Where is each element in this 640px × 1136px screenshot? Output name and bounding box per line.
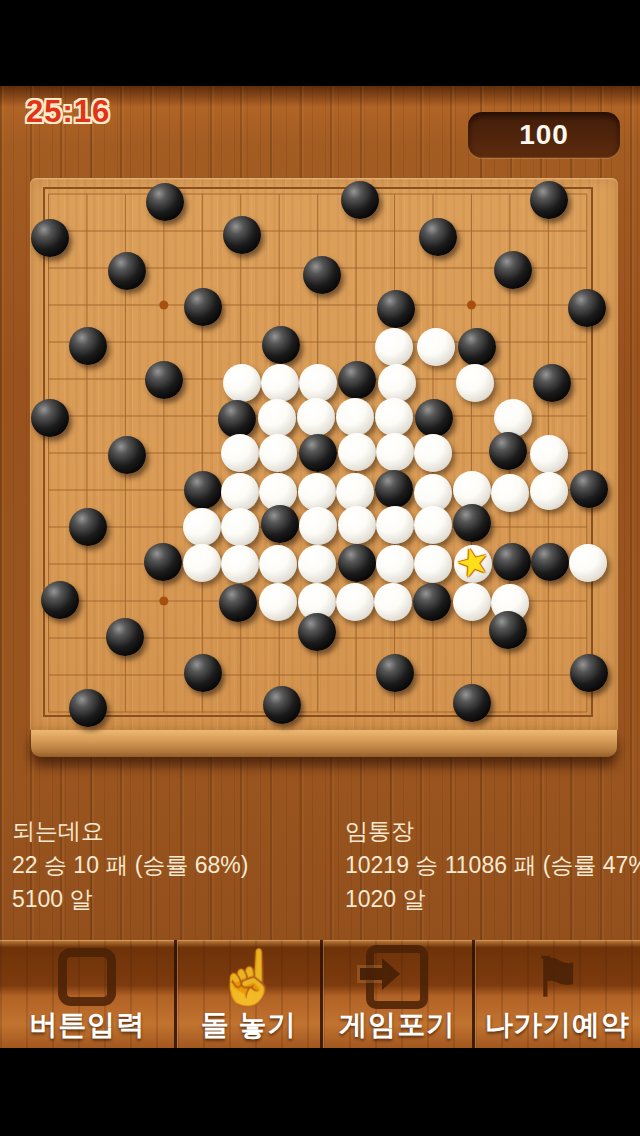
stone-black[interactable] xyxy=(218,400,256,438)
stone-black[interactable] xyxy=(568,289,606,327)
stone-white[interactable] xyxy=(183,544,221,582)
stone-black[interactable] xyxy=(338,361,376,399)
stone-black[interactable] xyxy=(106,618,144,656)
stone-white[interactable] xyxy=(183,508,221,546)
stone-white[interactable] xyxy=(453,583,491,621)
bottom-button-bar: 버튼입력 ☝ 돌 놓기 게임포기 ⚑ 나가기예약 xyxy=(0,940,640,1048)
stone-black[interactable] xyxy=(570,470,608,508)
stone-black[interactable] xyxy=(341,181,379,219)
hand-point-icon: ☝ xyxy=(177,948,320,1006)
stone-black[interactable] xyxy=(184,654,222,692)
stone-white[interactable] xyxy=(414,434,452,472)
stone-black[interactable] xyxy=(458,328,496,366)
stone-black[interactable] xyxy=(489,611,527,649)
stone-black[interactable] xyxy=(31,399,69,437)
stone-black[interactable] xyxy=(108,252,146,290)
stone-white[interactable] xyxy=(491,474,529,512)
stone-white[interactable] xyxy=(376,506,414,544)
stone-black[interactable] xyxy=(453,684,491,722)
exit-door-icon xyxy=(323,948,472,1006)
stone-black[interactable] xyxy=(494,251,532,289)
button-input-button[interactable]: 버튼입력 xyxy=(0,940,174,1048)
stone-white[interactable] xyxy=(299,364,337,402)
stone-white[interactable] xyxy=(376,545,414,583)
reserve-exit-button[interactable]: ⚑ 나가기예약 xyxy=(472,940,640,1048)
stone-white[interactable] xyxy=(530,435,568,473)
stone-black[interactable] xyxy=(303,256,341,294)
stone-black[interactable] xyxy=(69,689,107,727)
button-press-icon xyxy=(0,948,174,1006)
stone-black[interactable] xyxy=(530,181,568,219)
stone-black[interactable] xyxy=(219,584,257,622)
stone-white[interactable] xyxy=(259,545,297,583)
stone-black[interactable] xyxy=(146,183,184,221)
stone-black[interactable] xyxy=(184,288,222,326)
stone-white[interactable] xyxy=(375,398,413,436)
stone-white[interactable] xyxy=(221,434,259,472)
player-name: 되는데요 xyxy=(12,814,248,848)
stone-white[interactable] xyxy=(417,328,455,366)
stone-white[interactable] xyxy=(259,434,297,472)
bottom-letterbox-bar xyxy=(0,1048,640,1136)
stone-white[interactable]: ★ xyxy=(454,545,492,583)
button-label: 버튼입력 xyxy=(0,1006,174,1044)
stone-black[interactable] xyxy=(376,654,414,692)
app-screen: 25:16 100 ★ 되는데요 22 승 10 패 (승률 68%) 5100… xyxy=(0,0,640,1136)
player-stone-count: 1020 알 xyxy=(345,882,640,916)
stone-white[interactable] xyxy=(569,544,607,582)
stone-black[interactable] xyxy=(453,504,491,542)
stone-black[interactable] xyxy=(223,216,261,254)
player-record: 10219 승 11086 패 (승률 47%) xyxy=(345,848,640,882)
stone-black[interactable] xyxy=(108,436,146,474)
stone-black[interactable] xyxy=(299,434,337,472)
game-timer: 25:16 xyxy=(26,94,110,130)
stone-black[interactable] xyxy=(261,505,299,543)
stone-white[interactable] xyxy=(259,583,297,621)
stone-black[interactable] xyxy=(298,613,336,651)
stone-black[interactable] xyxy=(69,327,107,365)
stone-black[interactable] xyxy=(413,583,451,621)
player-panel-left: 되는데요 22 승 10 패 (승률 68%) 5100 알 xyxy=(12,814,248,916)
forfeit-game-button[interactable]: 게임포기 xyxy=(320,940,472,1048)
stone-black[interactable] xyxy=(419,218,457,256)
stone-white[interactable] xyxy=(494,399,532,437)
stone-white[interactable] xyxy=(221,545,259,583)
stone-white[interactable] xyxy=(298,545,336,583)
stone-black[interactable] xyxy=(262,326,300,364)
stone-white[interactable] xyxy=(414,506,452,544)
board-front-edge xyxy=(31,730,617,757)
player-stone-count: 5100 알 xyxy=(12,882,248,916)
stone-black[interactable] xyxy=(375,470,413,508)
stone-black[interactable] xyxy=(489,432,527,470)
stone-white[interactable] xyxy=(375,328,413,366)
stone-white[interactable] xyxy=(299,507,337,545)
player-panel-right: 임통장 10219 승 11086 패 (승률 47%) 1020 알 xyxy=(345,814,640,916)
button-label: 나가기예약 xyxy=(475,1006,640,1044)
stone-white[interactable] xyxy=(221,473,259,511)
stone-white[interactable] xyxy=(338,433,376,471)
stone-white[interactable] xyxy=(338,506,376,544)
stone-black[interactable] xyxy=(570,654,608,692)
stone-black[interactable] xyxy=(338,544,376,582)
stone-black[interactable] xyxy=(377,290,415,328)
stone-white[interactable] xyxy=(374,583,412,621)
stone-black[interactable] xyxy=(41,581,79,619)
stone-white[interactable] xyxy=(414,545,452,583)
stone-black[interactable] xyxy=(531,543,569,581)
stone-black[interactable] xyxy=(493,543,531,581)
stone-black[interactable] xyxy=(263,686,301,724)
stone-white[interactable] xyxy=(258,399,296,437)
player-name: 임통장 xyxy=(345,814,640,848)
stone-white[interactable] xyxy=(297,398,335,436)
stone-counter-value: 100 xyxy=(519,119,569,151)
stone-white[interactable] xyxy=(336,398,374,436)
player-record: 22 승 10 패 (승률 68%) xyxy=(12,848,248,882)
stone-white[interactable] xyxy=(223,364,261,402)
stone-white[interactable] xyxy=(261,364,299,402)
stone-black[interactable] xyxy=(144,543,182,581)
stone-white[interactable] xyxy=(376,433,414,471)
stone-counter-badge: 100 xyxy=(468,112,620,158)
stone-black[interactable] xyxy=(145,361,183,399)
stone-white[interactable] xyxy=(530,472,568,510)
stone-white[interactable] xyxy=(378,364,416,402)
button-label: 돌 놓기 xyxy=(177,1006,320,1044)
stone-black[interactable] xyxy=(533,364,571,402)
place-stone-button[interactable]: ☝ 돌 놓기 xyxy=(174,940,320,1048)
top-letterbox-bar xyxy=(0,0,640,86)
stone-white[interactable] xyxy=(456,364,494,402)
stone-black[interactable] xyxy=(184,471,222,509)
stone-white[interactable] xyxy=(298,473,336,511)
flag-icon: ⚑ xyxy=(475,948,640,1006)
stone-white[interactable] xyxy=(336,583,374,621)
button-label: 게임포기 xyxy=(323,1006,472,1044)
stone-black[interactable] xyxy=(69,508,107,546)
stone-black[interactable] xyxy=(415,399,453,437)
stone-black[interactable] xyxy=(31,219,69,257)
stone-white[interactable] xyxy=(221,508,259,546)
